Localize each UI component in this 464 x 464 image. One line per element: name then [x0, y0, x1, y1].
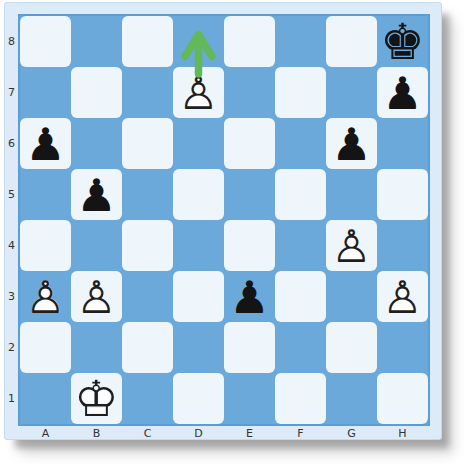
piece-black-pawn[interactable]: ♟ — [377, 67, 428, 118]
rank-label-6: 6 — [5, 118, 18, 169]
black-king-icon: ♚ — [377, 16, 428, 67]
file-label-d: D — [173, 426, 224, 441]
square-d4[interactable] — [173, 220, 224, 271]
square-g1[interactable] — [326, 373, 377, 424]
square-c2[interactable] — [122, 322, 173, 373]
square-b2[interactable] — [71, 322, 122, 373]
square-c6[interactable] — [122, 118, 173, 169]
file-label-f: F — [275, 426, 326, 441]
square-c7[interactable] — [122, 67, 173, 118]
square-c4[interactable] — [122, 220, 173, 271]
square-e1[interactable] — [224, 373, 275, 424]
square-b6[interactable] — [71, 118, 122, 169]
rank-label-3: 3 — [5, 271, 18, 322]
square-h8[interactable]: ♚ — [377, 16, 428, 67]
square-e6[interactable] — [224, 118, 275, 169]
piece-white-pawn[interactable]: ♟♙ — [71, 271, 122, 322]
square-e4[interactable] — [224, 220, 275, 271]
file-label-c: C — [122, 426, 173, 441]
white-pawn-icon: ♙ — [377, 271, 428, 322]
piece-black-pawn[interactable]: ♟ — [326, 118, 377, 169]
square-g6[interactable]: ♟ — [326, 118, 377, 169]
white-pawn-icon: ♙ — [173, 67, 224, 118]
square-h3[interactable]: ♟♙ — [377, 271, 428, 322]
square-g2[interactable] — [326, 322, 377, 373]
square-c1[interactable] — [122, 373, 173, 424]
square-c8[interactable] — [122, 16, 173, 67]
square-h5[interactable] — [377, 169, 428, 220]
square-f1[interactable] — [275, 373, 326, 424]
square-e7[interactable] — [224, 67, 275, 118]
square-g8[interactable] — [326, 16, 377, 67]
square-d2[interactable] — [173, 322, 224, 373]
rank-label-8: 8 — [5, 16, 18, 67]
square-a4[interactable] — [20, 220, 71, 271]
square-d3[interactable] — [173, 271, 224, 322]
square-h2[interactable] — [377, 322, 428, 373]
square-e3[interactable]: ♟ — [224, 271, 275, 322]
rank-label-1: 1 — [5, 373, 18, 424]
chess-board: 87654321 ABCDEFGH ♚♟♙♟♟♟♟♟♙♟♙♟♙♟♟♙♚♔ — [4, 2, 442, 440]
file-label-e: E — [224, 426, 275, 441]
square-b1[interactable]: ♚♔ — [71, 373, 122, 424]
square-c5[interactable] — [122, 169, 173, 220]
square-b5[interactable]: ♟ — [71, 169, 122, 220]
square-a1[interactable] — [20, 373, 71, 424]
square-b3[interactable]: ♟♙ — [71, 271, 122, 322]
square-f6[interactable] — [275, 118, 326, 169]
square-d5[interactable] — [173, 169, 224, 220]
file-label-g: G — [326, 426, 377, 441]
rank-label-2: 2 — [5, 322, 18, 373]
black-pawn-icon: ♟ — [224, 271, 275, 322]
square-d8[interactable] — [173, 16, 224, 67]
square-g4[interactable]: ♟♙ — [326, 220, 377, 271]
white-pawn-icon: ♙ — [326, 220, 377, 271]
white-king-icon: ♔ — [71, 373, 122, 424]
piece-white-pawn[interactable]: ♟♙ — [173, 67, 224, 118]
square-b4[interactable] — [71, 220, 122, 271]
white-pawn-icon: ♙ — [71, 271, 122, 322]
board-play-area: ♚♟♙♟♟♟♟♟♙♟♙♟♙♟♟♙♚♔ — [18, 14, 430, 426]
file-label-h: H — [377, 426, 428, 441]
square-g7[interactable] — [326, 67, 377, 118]
piece-white-pawn[interactable]: ♟♙ — [326, 220, 377, 271]
black-pawn-icon: ♟ — [20, 118, 71, 169]
square-a5[interactable] — [20, 169, 71, 220]
square-a2[interactable] — [20, 322, 71, 373]
piece-black-king[interactable]: ♚ — [377, 16, 428, 67]
square-b7[interactable] — [71, 67, 122, 118]
square-a3[interactable]: ♟♙ — [20, 271, 71, 322]
board-grid: ♚♟♙♟♟♟♟♟♙♟♙♟♙♟♟♙♚♔ — [20, 16, 428, 424]
square-a8[interactable] — [20, 16, 71, 67]
square-f2[interactable] — [275, 322, 326, 373]
piece-black-pawn[interactable]: ♟ — [20, 118, 71, 169]
square-e5[interactable] — [224, 169, 275, 220]
square-f8[interactable] — [275, 16, 326, 67]
square-h7[interactable]: ♟ — [377, 67, 428, 118]
file-label-b: B — [71, 426, 122, 441]
square-h4[interactable] — [377, 220, 428, 271]
square-d6[interactable] — [173, 118, 224, 169]
square-e2[interactable] — [224, 322, 275, 373]
square-h1[interactable] — [377, 373, 428, 424]
rank-label-7: 7 — [5, 67, 18, 118]
rank-label-4: 4 — [5, 220, 18, 271]
square-b8[interactable] — [71, 16, 122, 67]
square-a7[interactable] — [20, 67, 71, 118]
piece-black-pawn[interactable]: ♟ — [224, 271, 275, 322]
black-pawn-icon: ♟ — [71, 169, 122, 220]
square-a6[interactable]: ♟ — [20, 118, 71, 169]
square-d7[interactable]: ♟♙ — [173, 67, 224, 118]
rank-label-5: 5 — [5, 169, 18, 220]
piece-white-pawn[interactable]: ♟♙ — [377, 271, 428, 322]
square-h6[interactable] — [377, 118, 428, 169]
square-f5[interactable] — [275, 169, 326, 220]
black-pawn-icon: ♟ — [377, 67, 428, 118]
square-f7[interactable] — [275, 67, 326, 118]
square-g5[interactable] — [326, 169, 377, 220]
piece-white-king[interactable]: ♚♔ — [71, 373, 122, 424]
piece-black-pawn[interactable]: ♟ — [71, 169, 122, 220]
black-pawn-icon: ♟ — [326, 118, 377, 169]
square-g3[interactable] — [326, 271, 377, 322]
white-pawn-icon: ♙ — [20, 271, 71, 322]
piece-white-pawn[interactable]: ♟♙ — [20, 271, 71, 322]
square-c3[interactable] — [122, 271, 173, 322]
file-label-a: A — [20, 426, 71, 441]
square-e8[interactable] — [224, 16, 275, 67]
square-f4[interactable] — [275, 220, 326, 271]
square-f3[interactable] — [275, 271, 326, 322]
square-d1[interactable] — [173, 373, 224, 424]
